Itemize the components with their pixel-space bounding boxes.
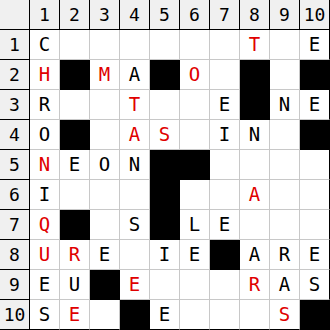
cell-r4c3[interactable] bbox=[90, 120, 120, 150]
black-letter: N bbox=[249, 120, 260, 149]
cell-r9c8[interactable]: R bbox=[240, 270, 270, 300]
cell-r2c1[interactable]: H bbox=[30, 60, 60, 90]
black-letter: I bbox=[219, 120, 230, 149]
cell-r10c9[interactable]: S bbox=[270, 300, 300, 330]
red-letter: R bbox=[249, 270, 260, 299]
cell-r10c6[interactable] bbox=[180, 300, 210, 330]
cell-r3c3[interactable] bbox=[90, 90, 120, 120]
row-header-6: 6 bbox=[0, 180, 30, 210]
block-cell-r6c5 bbox=[150, 180, 180, 210]
cell-r1c1[interactable]: C bbox=[30, 30, 60, 60]
cell-r3c9[interactable]: N bbox=[270, 90, 300, 120]
cell-r3c10[interactable]: E bbox=[300, 90, 330, 120]
cell-r9c1[interactable]: E bbox=[30, 270, 60, 300]
cell-r5c4[interactable]: N bbox=[120, 150, 150, 180]
cell-r10c3[interactable] bbox=[90, 300, 120, 330]
cell-r5c2[interactable]: E bbox=[60, 150, 90, 180]
cell-r1c2[interactable] bbox=[60, 30, 90, 60]
cell-r9c10[interactable]: S bbox=[300, 270, 330, 300]
cell-r2c3[interactable]: M bbox=[90, 60, 120, 90]
block-cell-r4c10 bbox=[300, 120, 330, 150]
cell-r1c10[interactable]: E bbox=[300, 30, 330, 60]
cell-r6c8[interactable]: A bbox=[240, 180, 270, 210]
cell-r6c10[interactable] bbox=[300, 180, 330, 210]
black-letter: E bbox=[189, 240, 200, 269]
cell-r8c1[interactable]: U bbox=[30, 240, 60, 270]
cell-r4c7[interactable]: I bbox=[210, 120, 240, 150]
black-letter: E bbox=[39, 270, 50, 299]
cell-r6c9[interactable] bbox=[270, 180, 300, 210]
black-letter: E bbox=[219, 90, 230, 119]
row-header-8: 8 bbox=[0, 240, 30, 270]
cell-r8c10[interactable]: E bbox=[300, 240, 330, 270]
red-letter: H bbox=[39, 60, 50, 89]
col-header-7: 7 bbox=[210, 0, 240, 30]
cell-r9c2[interactable]: U bbox=[60, 270, 90, 300]
cell-r9c7[interactable] bbox=[210, 270, 240, 300]
red-letter: O bbox=[189, 60, 200, 89]
cell-r4c1[interactable]: O bbox=[30, 120, 60, 150]
block-cell-r2c2 bbox=[60, 60, 90, 90]
black-letter: N bbox=[129, 150, 140, 179]
cell-r3c6[interactable] bbox=[180, 90, 210, 120]
cell-r6c1[interactable]: I bbox=[30, 180, 60, 210]
black-letter: S bbox=[39, 300, 50, 329]
black-letter: I bbox=[159, 240, 170, 269]
block-cell-r2c5 bbox=[150, 60, 180, 90]
cell-r10c5[interactable]: E bbox=[150, 300, 180, 330]
cell-r1c5[interactable] bbox=[150, 30, 180, 60]
col-header-5: 5 bbox=[150, 0, 180, 30]
cell-r5c9[interactable] bbox=[270, 150, 300, 180]
col-header-8: 8 bbox=[240, 0, 270, 30]
cell-r1c3[interactable] bbox=[90, 30, 120, 60]
col-header-3: 3 bbox=[90, 0, 120, 30]
cell-r4c9[interactable] bbox=[270, 120, 300, 150]
black-letter: E bbox=[309, 240, 320, 269]
cell-r10c8[interactable] bbox=[240, 300, 270, 330]
black-letter: A bbox=[279, 270, 290, 299]
cell-r5c3[interactable]: O bbox=[90, 150, 120, 180]
block-cell-r5c6 bbox=[180, 150, 210, 180]
cell-r8c9[interactable]: R bbox=[270, 240, 300, 270]
corner-cell bbox=[0, 0, 30, 30]
col-header-9: 9 bbox=[270, 0, 300, 30]
cell-r5c10[interactable] bbox=[300, 150, 330, 180]
black-letter: A bbox=[249, 240, 260, 269]
cell-r7c9[interactable] bbox=[270, 210, 300, 240]
block-cell-r2c8 bbox=[240, 60, 270, 90]
cell-r2c4[interactable]: A bbox=[120, 60, 150, 90]
row-header-9: 9 bbox=[0, 270, 30, 300]
col-header-2: 2 bbox=[60, 0, 90, 30]
red-letter: U bbox=[39, 240, 50, 269]
red-letter: T bbox=[129, 90, 140, 119]
red-letter: E bbox=[69, 300, 80, 329]
cell-r2c7[interactable] bbox=[210, 60, 240, 90]
row-header-2: 2 bbox=[0, 60, 30, 90]
cell-r8c2[interactable]: R bbox=[60, 240, 90, 270]
cell-r4c6[interactable] bbox=[180, 120, 210, 150]
cell-r5c8[interactable] bbox=[240, 150, 270, 180]
red-letter: A bbox=[249, 180, 260, 209]
col-header-6: 6 bbox=[180, 0, 210, 30]
block-cell-r2c10 bbox=[300, 60, 330, 90]
cell-r1c9[interactable] bbox=[270, 30, 300, 60]
block-cell-r5c5 bbox=[150, 150, 180, 180]
cell-r10c7[interactable] bbox=[210, 300, 240, 330]
red-letter: M bbox=[99, 60, 110, 89]
black-letter: E bbox=[69, 150, 80, 179]
cell-r1c8[interactable]: T bbox=[240, 30, 270, 60]
block-cell-r10c10 bbox=[300, 300, 330, 330]
cell-r3c2[interactable] bbox=[60, 90, 90, 120]
cell-r3c5[interactable] bbox=[150, 90, 180, 120]
cell-r3c7[interactable]: E bbox=[210, 90, 240, 120]
cell-r7c6[interactable]: L bbox=[180, 210, 210, 240]
cell-r1c6[interactable] bbox=[180, 30, 210, 60]
red-letter: Q bbox=[39, 210, 50, 239]
black-letter: R bbox=[279, 240, 290, 269]
cell-r9c4[interactable]: E bbox=[120, 270, 150, 300]
cell-r4c5[interactable]: S bbox=[150, 120, 180, 150]
black-letter: O bbox=[39, 120, 50, 149]
red-letter: T bbox=[249, 30, 260, 59]
cell-r5c1[interactable]: N bbox=[30, 150, 60, 180]
crossword-grid: 123456789101CTE2HMAO3RTENE4OASIN5NEON6IA… bbox=[0, 0, 330, 330]
cell-r3c1[interactable]: R bbox=[30, 90, 60, 120]
black-letter: S bbox=[309, 270, 320, 299]
cell-r4c8[interactable]: N bbox=[240, 120, 270, 150]
cell-r8c6[interactable]: E bbox=[180, 240, 210, 270]
block-cell-r9c3 bbox=[90, 270, 120, 300]
cell-r9c6[interactable] bbox=[180, 270, 210, 300]
cell-r10c2[interactable]: E bbox=[60, 300, 90, 330]
cell-r7c4[interactable]: S bbox=[120, 210, 150, 240]
cell-r6c6[interactable] bbox=[180, 180, 210, 210]
cell-r2c9[interactable] bbox=[270, 60, 300, 90]
col-header-4: 4 bbox=[120, 0, 150, 30]
cell-r10c1[interactable]: S bbox=[30, 300, 60, 330]
col-header-1: 1 bbox=[30, 0, 60, 30]
black-letter: L bbox=[189, 210, 200, 239]
block-cell-r4c2 bbox=[60, 120, 90, 150]
red-letter: S bbox=[159, 120, 170, 149]
cell-r9c5[interactable] bbox=[150, 270, 180, 300]
red-letter: S bbox=[279, 300, 290, 329]
black-letter: E bbox=[99, 240, 110, 269]
row-header-5: 5 bbox=[0, 150, 30, 180]
cell-r9c9[interactable]: A bbox=[270, 270, 300, 300]
cell-r4c4[interactable]: A bbox=[120, 120, 150, 150]
cell-r7c1[interactable]: Q bbox=[30, 210, 60, 240]
black-letter: A bbox=[129, 60, 140, 89]
row-header-7: 7 bbox=[0, 210, 30, 240]
cell-r3c4[interactable]: T bbox=[120, 90, 150, 120]
cell-r1c4[interactable] bbox=[120, 30, 150, 60]
cell-r6c3[interactable] bbox=[90, 180, 120, 210]
row-header-1: 1 bbox=[0, 30, 30, 60]
cell-r7c10[interactable] bbox=[300, 210, 330, 240]
cell-r6c2[interactable] bbox=[60, 180, 90, 210]
black-letter: O bbox=[99, 150, 110, 179]
cell-r7c8[interactable] bbox=[240, 210, 270, 240]
block-cell-r8c7 bbox=[210, 240, 240, 270]
red-letter: N bbox=[39, 150, 50, 179]
black-letter: S bbox=[129, 210, 140, 239]
cell-r7c7[interactable]: E bbox=[210, 210, 240, 240]
row-header-3: 3 bbox=[0, 90, 30, 120]
black-letter: E bbox=[159, 300, 170, 329]
black-letter: N bbox=[279, 90, 290, 119]
black-letter: I bbox=[39, 180, 50, 209]
red-letter: R bbox=[69, 240, 80, 269]
black-letter: E bbox=[309, 90, 320, 119]
block-cell-r3c8 bbox=[240, 90, 270, 120]
cell-r8c8[interactable]: A bbox=[240, 240, 270, 270]
black-letter: E bbox=[309, 30, 320, 59]
block-cell-r10c4 bbox=[120, 300, 150, 330]
cell-r6c4[interactable] bbox=[120, 180, 150, 210]
row-header-4: 4 bbox=[0, 120, 30, 150]
block-cell-r7c2 bbox=[60, 210, 90, 240]
cell-r2c6[interactable]: O bbox=[180, 60, 210, 90]
cell-r5c7[interactable] bbox=[210, 150, 240, 180]
cell-r8c5[interactable]: I bbox=[150, 240, 180, 270]
cell-r8c4[interactable] bbox=[120, 240, 150, 270]
row-header-10: 10 bbox=[0, 300, 30, 330]
block-cell-r7c5 bbox=[150, 210, 180, 240]
black-letter: C bbox=[39, 30, 50, 59]
col-header-10: 10 bbox=[300, 0, 330, 30]
black-letter: R bbox=[39, 90, 50, 119]
black-letter: U bbox=[69, 270, 80, 299]
red-letter: A bbox=[129, 120, 140, 149]
red-letter: E bbox=[129, 270, 140, 299]
cell-r8c3[interactable]: E bbox=[90, 240, 120, 270]
cell-r6c7[interactable] bbox=[210, 180, 240, 210]
cell-r1c7[interactable] bbox=[210, 30, 240, 60]
cell-r7c3[interactable] bbox=[90, 210, 120, 240]
black-letter: E bbox=[219, 210, 230, 239]
